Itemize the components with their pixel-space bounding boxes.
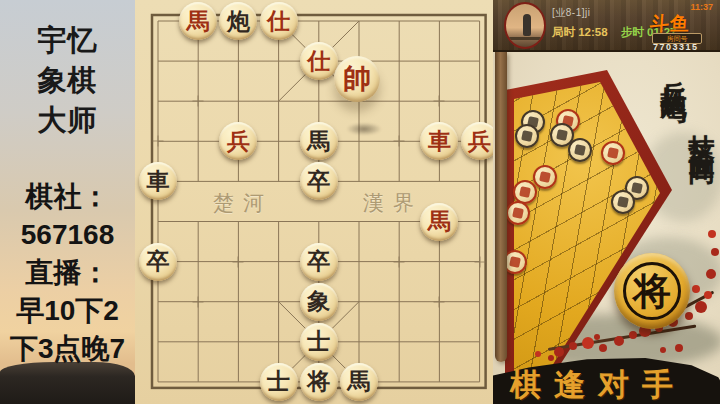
streamer-title: 宇忆 象棋 大师 [0, 20, 135, 140]
game-time-value: 12:58 [578, 26, 607, 38]
xiangqi-piece-red[interactable]: 帥 [334, 56, 380, 102]
plum-blossom [594, 334, 600, 340]
board-star-point [434, 96, 445, 107]
plum-blossom [599, 344, 607, 352]
xiangqi-piece-black[interactable]: 士 [300, 323, 338, 361]
club-label: 棋社： [0, 178, 135, 216]
move-time-label: 步时 [621, 26, 644, 38]
river-label-right: 漢界 [363, 189, 423, 217]
opponent-status-bar: [业8-1]ji 局时 12:58 步时 01:27 11:37 斗鱼 房间号 … [493, 0, 720, 52]
xiangqi-piece-black[interactable]: 将 [300, 363, 338, 401]
photo-mini-piece [568, 138, 592, 162]
xiangqi-piece-red[interactable]: 馬 [179, 2, 217, 40]
plum-blossom [706, 269, 716, 279]
xiangqi-piece-black[interactable]: 卒 [139, 243, 177, 281]
banner-text: 棋逢对手 [510, 364, 686, 404]
club-and-schedule: 棋社： 567168 直播： 早10下2 下3点晚7 [0, 178, 135, 368]
game-time: 局时 12:58 [552, 26, 611, 38]
live-label: 直播： [0, 254, 135, 292]
calligraphy-column: 兵挺炮鸣 [656, 60, 691, 84]
club-number: 567168 [0, 216, 135, 254]
plum-blossom [535, 351, 541, 357]
photo-mini-piece [611, 190, 635, 214]
decor-panel: 兵挺炮鸣 技艺盖世间 将 棋逢对手 [493, 52, 720, 404]
board-star-point [394, 256, 405, 267]
xiangqi-piece-black[interactable]: 卒 [300, 243, 338, 281]
plum-blossom [695, 301, 707, 313]
decor-general-piece: 将 [614, 253, 690, 329]
plum-blossom [704, 291, 712, 299]
xiangqi-piece-black[interactable]: 馬 [340, 363, 378, 401]
title-line: 宇忆 [0, 20, 135, 60]
board-star-point [193, 296, 204, 307]
board-star-point [434, 296, 445, 307]
schedule-line: 下3点晚7 [0, 330, 135, 368]
xiangqi-piece-red[interactable]: 馬 [420, 203, 458, 241]
room-id: 7703315 [653, 42, 699, 52]
avatar-horizon [506, 37, 544, 40]
schedule-line: 早10下2 [0, 292, 135, 330]
xiangqi-piece-red[interactable]: 仕 [260, 2, 298, 40]
board-star-point [394, 136, 405, 147]
game-time-label: 局时 [552, 26, 575, 38]
board-star-point [474, 256, 485, 267]
plum-blossom [708, 230, 716, 238]
clock: 11:37 [690, 2, 713, 12]
title-line: 象棋 [0, 60, 135, 100]
river-label-left: 楚河 [213, 189, 273, 217]
title-line: 大师 [0, 100, 135, 140]
piece-character: 将 [614, 253, 690, 329]
xiangqi-piece-black[interactable]: 馬 [300, 122, 338, 160]
plum-blossom [692, 285, 700, 293]
xiangqi-piece-black[interactable]: 士 [260, 363, 298, 401]
board-star-point [153, 136, 164, 147]
photo-mini-piece [515, 124, 539, 148]
floating-piece-shadow [346, 123, 382, 136]
sunset-silhouette [0, 362, 135, 404]
plum-blossom [660, 347, 666, 353]
stream-screen: 宇忆 象棋 大师 棋社： 567168 直播： 早10下2 下3点晚7 楚河 漢… [0, 0, 720, 404]
xiangqi-board[interactable]: 楚河 漢界 馬炮仕仕帥兵馬車兵車卒馬卒卒象士士将馬 [135, 0, 493, 404]
photo-mini-piece [506, 201, 530, 225]
scroll-rod [495, 52, 507, 362]
board-star-point [233, 256, 244, 267]
photo-mini-piece [533, 165, 557, 189]
calligraphy-column: 技艺盖世间 [684, 114, 719, 144]
photo-mini-piece [601, 141, 625, 165]
player-name: [业8-1]ji [552, 6, 590, 20]
plum-blossom [548, 355, 554, 361]
xiangqi-piece-black[interactable]: 卒 [300, 162, 338, 200]
plum-blossom [629, 331, 637, 339]
plum-blossom [554, 347, 564, 357]
board-star-point [193, 96, 204, 107]
plum-blossom [582, 337, 594, 349]
xiangqi-piece-black[interactable]: 象 [300, 283, 338, 321]
plum-blossom [675, 344, 683, 352]
plum-blossom [614, 336, 624, 346]
plum-blossom [711, 248, 719, 256]
avatar-figure [523, 14, 531, 36]
avatar [504, 2, 546, 49]
plum-blossom [569, 342, 577, 350]
left-info-panel: 宇忆 象棋 大师 棋社： 567168 直播： 早10下2 下3点晚7 [0, 0, 135, 404]
xiangqi-piece-red[interactable]: 仕 [300, 42, 338, 80]
